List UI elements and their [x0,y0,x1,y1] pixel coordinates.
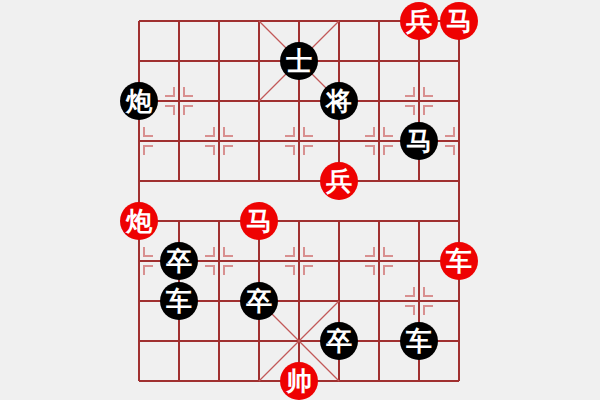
xiangqi-board[interactable]: 兵马士炮将马兵炮马卒车车卒卒车帅 [119,1,479,400]
piece-black-chariot[interactable]: 车 [400,322,438,360]
piece-red-horse[interactable]: 马 [240,202,278,240]
piece-black-soldier[interactable]: 卒 [160,242,198,280]
piece-black-chariot[interactable]: 车 [160,282,198,320]
piece-red-soldier[interactable]: 兵 [320,162,358,200]
piece-red-soldier[interactable]: 兵 [400,2,438,40]
piece-black-advisor[interactable]: 士 [280,42,318,80]
piece-red-horse[interactable]: 马 [440,2,478,40]
piece-black-general[interactable]: 将 [320,82,358,120]
piece-black-soldier[interactable]: 卒 [240,282,278,320]
piece-red-cannon[interactable]: 炮 [120,202,158,240]
piece-red-chariot[interactable]: 车 [440,242,478,280]
piece-red-general[interactable]: 帅 [280,362,318,400]
xiangqi-diagram: 兵马士炮将马兵炮马卒车车卒卒车帅 [0,0,600,400]
piece-black-soldier[interactable]: 卒 [320,322,358,360]
piece-black-cannon[interactable]: 炮 [120,82,158,120]
piece-black-horse[interactable]: 马 [400,122,438,160]
